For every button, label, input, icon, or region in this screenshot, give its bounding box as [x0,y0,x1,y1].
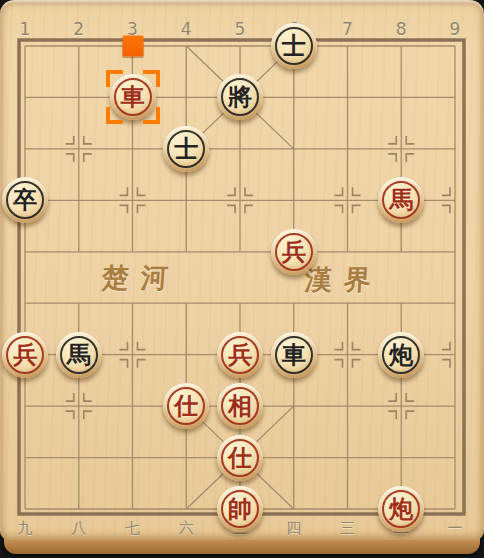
file-label-bottom-2: 八 [71,519,86,538]
piece-red-advisor[interactable]: 仕 [163,383,209,429]
piece-black-soldier[interactable]: 卒 [2,177,48,223]
piece-black-advisor[interactable]: 士 [163,126,209,172]
piece-glyph: 士 [271,23,317,69]
piece-black-horse[interactable]: 馬 [56,332,102,378]
piece-red-soldier[interactable]: 兵 [2,332,48,378]
file-label-top-7: 7 [342,19,353,39]
file-label-bottom-9: 一 [448,519,463,538]
piece-red-horse[interactable]: 馬 [378,177,424,223]
piece-glyph: 車 [110,74,156,120]
piece-glyph: 卒 [2,177,48,223]
file-label-bottom-1: 九 [18,519,33,538]
piece-red-soldier[interactable]: 兵 [271,229,317,275]
piece-glyph: 兵 [217,332,263,378]
file-label-bottom-7: 三 [340,519,355,538]
piece-glyph: 帥 [217,486,263,532]
piece-red-elephant[interactable]: 相 [217,383,263,429]
file-label-bottom-3: 七 [125,519,140,538]
piece-red-general[interactable]: 帥 [217,486,263,532]
piece-red-advisor[interactable]: 仕 [217,435,263,481]
file-label-bottom-4: 六 [179,519,194,538]
piece-glyph: 車 [271,332,317,378]
piece-glyph: 仕 [217,435,263,481]
file-label-top-1: 1 [20,19,31,39]
piece-red-chariot[interactable]: 車 [110,74,156,120]
xiangqi-game-screen: 楚河 漢界 123456789九八七六五四三二一 士車將士卒馬兵兵馬兵車炮仕相仕… [0,0,484,558]
piece-black-general[interactable]: 將 [217,74,263,120]
river-label-chu-he: 楚河 [101,260,182,296]
piece-glyph: 炮 [378,332,424,378]
file-label-top-5: 5 [235,19,246,39]
piece-glyph: 仕 [163,383,209,429]
file-label-bottom-6: 四 [286,519,301,538]
file-label-top-4: 4 [181,19,192,39]
piece-glyph: 將 [217,74,263,120]
piece-black-cannon[interactable]: 炮 [378,332,424,378]
last-move-origin-marker [122,36,143,57]
xiangqi-board[interactable]: 楚河 漢界 123456789九八七六五四三二一 士車將士卒馬兵兵馬兵車炮仕相仕… [0,0,484,540]
file-label-top-8: 8 [396,19,407,39]
piece-glyph: 馬 [56,332,102,378]
piece-glyph: 兵 [2,332,48,378]
piece-red-cannon[interactable]: 炮 [378,486,424,532]
piece-glyph: 馬 [378,177,424,223]
piece-black-advisor[interactable]: 士 [271,23,317,69]
piece-black-chariot[interactable]: 車 [271,332,317,378]
piece-glyph: 炮 [378,486,424,532]
file-label-top-2: 2 [73,19,84,39]
file-label-top-9: 9 [450,19,461,39]
piece-red-soldier[interactable]: 兵 [217,332,263,378]
piece-glyph: 兵 [271,229,317,275]
piece-glyph: 相 [217,383,263,429]
piece-glyph: 士 [163,126,209,172]
